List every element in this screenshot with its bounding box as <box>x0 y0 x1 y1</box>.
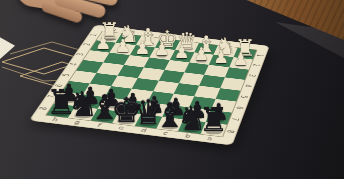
coordinate-label-3: 3 <box>241 71 263 79</box>
coordinate-label-8: 8 <box>218 127 242 136</box>
coordinate-label-a: a <box>197 134 222 143</box>
coordinate-label-3: 3 <box>69 50 93 58</box>
coordinate-label-7: 7 <box>39 92 65 101</box>
coordinate-label-b: b <box>175 132 200 141</box>
coordinate-label-4: 4 <box>237 82 260 90</box>
coordinate-label-2: 2 <box>75 41 98 49</box>
table-scene: hgfedcba hgfedcba 12345678 12345678 ♜♞♝♛… <box>0 0 344 179</box>
coordinate-label-4: 4 <box>61 60 85 68</box>
coordinate-label-6: 6 <box>46 81 71 89</box>
coordinate-label-1: 1 <box>249 52 270 60</box>
coordinate-label-6: 6 <box>228 103 251 112</box>
coordinate-label-5: 5 <box>232 92 255 100</box>
coordinate-label-2: 2 <box>245 61 267 69</box>
coordinate-label-7: 7 <box>223 115 247 124</box>
hand <box>11 0 121 36</box>
